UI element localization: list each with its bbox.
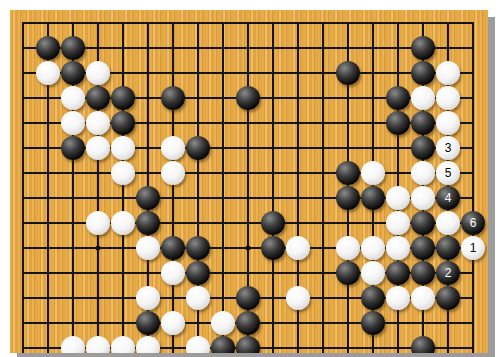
stone-white-c18-r7[interactable]: 5: [436, 161, 460, 185]
stone-black-c16-r5[interactable]: [386, 111, 410, 135]
grid-line-horizontal-7: [22, 172, 474, 174]
stone-white-c16-r9[interactable]: [386, 211, 410, 235]
stone-black-c8-r6[interactable]: [186, 136, 210, 160]
stone-black-c15-r8[interactable]: [361, 186, 385, 210]
stone-white-c8-r12[interactable]: [186, 286, 210, 310]
stone-black-c3-r3[interactable]: [61, 61, 85, 85]
stone-black-c17-r5[interactable]: [411, 111, 435, 135]
stone-white-c5-r9[interactable]: [111, 211, 135, 235]
stone-white-c16-r8[interactable]: [386, 186, 410, 210]
stone-white-c8-r14[interactable]: [186, 336, 210, 353]
stone-white-c17-r8[interactable]: [411, 186, 435, 210]
stone-white-c6-r14[interactable]: [136, 336, 160, 353]
stone-black-c5-r4[interactable]: [111, 86, 135, 110]
stone-white-c18-r9[interactable]: [436, 211, 460, 235]
stone-black-c14-r11[interactable]: [336, 261, 360, 285]
stone-white-c15-r7[interactable]: [361, 161, 385, 185]
stone-black-c7-r10[interactable]: [161, 236, 185, 260]
stone-black-c6-r8[interactable]: [136, 186, 160, 210]
stone-black-c17-r11[interactable]: [411, 261, 435, 285]
stone-black-c8-r10[interactable]: [186, 236, 210, 260]
stone-black-c17-r2[interactable]: [411, 36, 435, 60]
go-board[interactable]: 354612: [10, 10, 488, 353]
stone-black-c10-r12[interactable]: [236, 286, 260, 310]
stone-black-c3-r2[interactable]: [61, 36, 85, 60]
stone-white-c3-r5[interactable]: [61, 111, 85, 135]
stone-white-c4-r3[interactable]: [86, 61, 110, 85]
stone-white-c5-r6[interactable]: [111, 136, 135, 160]
stone-white-c7-r6[interactable]: [161, 136, 185, 160]
stone-white-c6-r10[interactable]: [136, 236, 160, 260]
stone-white-c6-r12[interactable]: [136, 286, 160, 310]
stone-white-c14-r10[interactable]: [336, 236, 360, 260]
stone-white-c19-r10[interactable]: 1: [461, 236, 485, 260]
stone-white-c12-r12[interactable]: [286, 286, 310, 310]
stone-white-c3-r4[interactable]: [61, 86, 85, 110]
stone-white-c16-r10[interactable]: [386, 236, 410, 260]
grid-line-horizontal-2: [22, 47, 474, 49]
stone-black-c4-r4[interactable]: [86, 86, 110, 110]
star-point-10-10: [246, 246, 251, 251]
move-number-label: 4: [445, 192, 452, 204]
stone-black-c14-r8[interactable]: [336, 186, 360, 210]
stone-white-c4-r14[interactable]: [86, 336, 110, 353]
stone-white-c9-r13[interactable]: [211, 311, 235, 335]
diagram-frame: 354612: [0, 0, 500, 357]
stone-black-c15-r12[interactable]: [361, 286, 385, 310]
move-number-label: 1: [470, 242, 477, 254]
stone-black-c3-r6[interactable]: [61, 136, 85, 160]
stone-black-c6-r9[interactable]: [136, 211, 160, 235]
stone-black-c16-r4[interactable]: [386, 86, 410, 110]
stone-black-c17-r10[interactable]: [411, 236, 435, 260]
stone-white-c7-r7[interactable]: [161, 161, 185, 185]
stone-white-c18-r3[interactable]: [436, 61, 460, 85]
stone-black-c10-r13[interactable]: [236, 311, 260, 335]
stone-black-c10-r14[interactable]: [236, 336, 260, 353]
stone-white-c18-r4[interactable]: [436, 86, 460, 110]
stone-white-c12-r10[interactable]: [286, 236, 310, 260]
stone-black-c5-r5[interactable]: [111, 111, 135, 135]
stone-white-c18-r5[interactable]: [436, 111, 460, 135]
stone-black-c9-r14[interactable]: [211, 336, 235, 353]
stone-white-c5-r14[interactable]: [111, 336, 135, 353]
stone-white-c3-r14[interactable]: [61, 336, 85, 353]
stone-black-c7-r4[interactable]: [161, 86, 185, 110]
stone-white-c15-r11[interactable]: [361, 261, 385, 285]
stone-black-c14-r3[interactable]: [336, 61, 360, 85]
grid-line-horizontal-1: [22, 22, 474, 24]
stone-black-c17-r14[interactable]: [411, 336, 435, 353]
move-number-label: 5: [445, 167, 452, 179]
stone-black-c8-r11[interactable]: [186, 261, 210, 285]
stone-black-c11-r10[interactable]: [261, 236, 285, 260]
stone-black-c11-r9[interactable]: [261, 211, 285, 235]
move-number-label: 2: [445, 267, 452, 279]
move-number-label: 6: [470, 217, 477, 229]
stone-white-c15-r10[interactable]: [361, 236, 385, 260]
star-point-4-10: [96, 246, 101, 251]
stone-white-c4-r6[interactable]: [86, 136, 110, 160]
move-number-label: 3: [445, 142, 452, 154]
stone-black-c18-r11[interactable]: 2: [436, 261, 460, 285]
stone-black-c19-r9[interactable]: 6: [461, 211, 485, 235]
stone-white-c16-r12[interactable]: [386, 286, 410, 310]
stone-black-c17-r6[interactable]: [411, 136, 435, 160]
stone-black-c16-r11[interactable]: [386, 261, 410, 285]
stone-white-c2-r3[interactable]: [36, 61, 60, 85]
stone-black-c18-r12[interactable]: [436, 286, 460, 310]
stone-white-c7-r11[interactable]: [161, 261, 185, 285]
stone-white-c7-r13[interactable]: [161, 311, 185, 335]
stone-black-c6-r13[interactable]: [136, 311, 160, 335]
stone-white-c5-r7[interactable]: [111, 161, 135, 185]
stone-white-c17-r12[interactable]: [411, 286, 435, 310]
stone-black-c2-r2[interactable]: [36, 36, 60, 60]
stone-black-c18-r10[interactable]: [436, 236, 460, 260]
stone-white-c4-r5[interactable]: [86, 111, 110, 135]
stone-white-c18-r6[interactable]: 3: [436, 136, 460, 160]
stone-white-c17-r7[interactable]: [411, 161, 435, 185]
stone-white-c17-r4[interactable]: [411, 86, 435, 110]
stone-black-c14-r7[interactable]: [336, 161, 360, 185]
stone-black-c17-r3[interactable]: [411, 61, 435, 85]
stone-black-c18-r8[interactable]: 4: [436, 186, 460, 210]
stone-black-c15-r13[interactable]: [361, 311, 385, 335]
stone-black-c10-r4[interactable]: [236, 86, 260, 110]
stone-black-c17-r9[interactable]: [411, 211, 435, 235]
stone-white-c4-r9[interactable]: [86, 211, 110, 235]
